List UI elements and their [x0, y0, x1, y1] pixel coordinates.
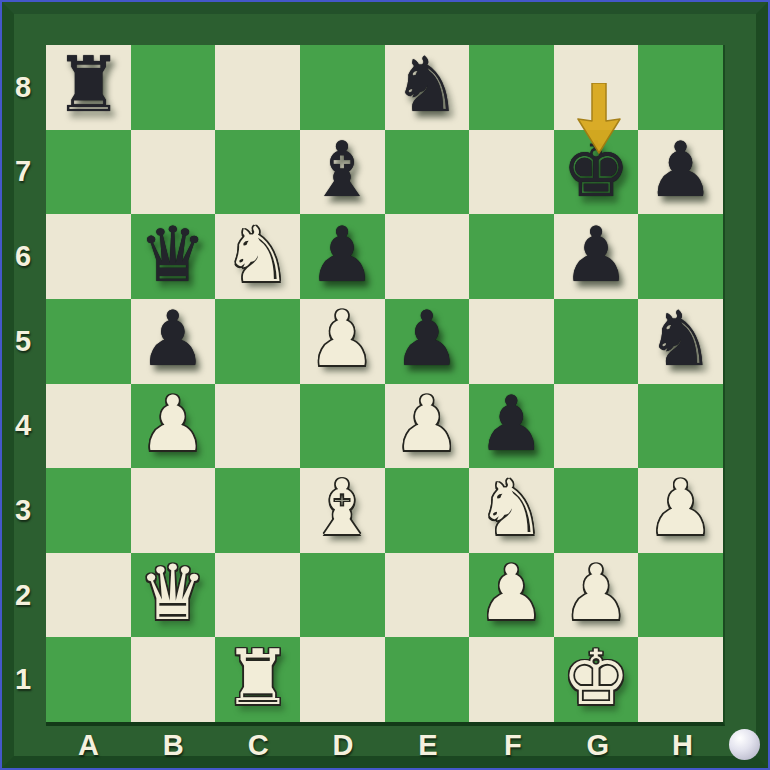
file-label-H: H — [640, 722, 725, 768]
piece-white-rook[interactable]: ♜ — [223, 640, 291, 716]
square-f4[interactable]: ♟ — [469, 384, 554, 469]
square-e6[interactable] — [385, 214, 470, 299]
file-label-A: A — [46, 722, 131, 768]
square-c1[interactable]: ♜ — [215, 637, 300, 722]
square-h1[interactable] — [638, 637, 723, 722]
piece-white-knight[interactable]: ♞ — [223, 217, 291, 293]
rank-label-6: 6 — [0, 214, 46, 299]
piece-black-rook[interactable]: ♜ — [54, 47, 122, 123]
rank-label-4: 4 — [0, 384, 46, 469]
piece-white-bishop[interactable]: ♝ — [308, 470, 376, 546]
square-c6[interactable]: ♞ — [215, 214, 300, 299]
square-b1[interactable] — [131, 637, 216, 722]
square-g5[interactable] — [554, 299, 639, 384]
square-f8[interactable] — [469, 45, 554, 130]
piece-white-knight[interactable]: ♞ — [477, 470, 545, 546]
square-e3[interactable] — [385, 468, 470, 553]
file-label-B: B — [131, 722, 216, 768]
rank-labels: 87654321 — [0, 45, 46, 722]
piece-white-queen[interactable]: ♛ — [139, 555, 207, 631]
square-d3[interactable]: ♝ — [300, 468, 385, 553]
square-g4[interactable] — [554, 384, 639, 469]
square-h2[interactable] — [638, 553, 723, 638]
file-label-D: D — [301, 722, 386, 768]
file-label-F: F — [470, 722, 555, 768]
square-f3[interactable]: ♞ — [469, 468, 554, 553]
piece-black-pawn[interactable]: ♟ — [139, 301, 207, 377]
square-d8[interactable] — [300, 45, 385, 130]
square-f1[interactable] — [469, 637, 554, 722]
square-b4[interactable]: ♟ — [131, 384, 216, 469]
square-c4[interactable] — [215, 384, 300, 469]
piece-black-bishop[interactable]: ♝ — [308, 132, 376, 208]
square-h5[interactable]: ♞ — [638, 299, 723, 384]
square-f7[interactable] — [469, 130, 554, 215]
piece-black-knight[interactable]: ♞ — [647, 301, 715, 377]
square-d1[interactable] — [300, 637, 385, 722]
square-b8[interactable] — [131, 45, 216, 130]
square-e4[interactable]: ♟ — [385, 384, 470, 469]
piece-black-pawn[interactable]: ♟ — [308, 217, 376, 293]
piece-black-king[interactable]: ♚ — [562, 132, 630, 208]
square-e8[interactable]: ♞ — [385, 45, 470, 130]
piece-white-pawn[interactable]: ♟ — [393, 386, 461, 462]
square-g8[interactable] — [554, 45, 639, 130]
square-a4[interactable] — [46, 384, 131, 469]
piece-black-pawn[interactable]: ♟ — [477, 386, 545, 462]
piece-white-pawn[interactable]: ♟ — [477, 555, 545, 631]
square-c2[interactable] — [215, 553, 300, 638]
piece-black-pawn[interactable]: ♟ — [647, 132, 715, 208]
rank-label-2: 2 — [0, 553, 46, 638]
file-label-C: C — [216, 722, 301, 768]
square-c3[interactable] — [215, 468, 300, 553]
square-b3[interactable] — [131, 468, 216, 553]
rank-label-3: 3 — [0, 468, 46, 553]
square-a2[interactable] — [46, 553, 131, 638]
square-a3[interactable] — [46, 468, 131, 553]
file-label-E: E — [386, 722, 471, 768]
square-h4[interactable] — [638, 384, 723, 469]
square-b7[interactable] — [131, 130, 216, 215]
square-h3[interactable]: ♟ — [638, 468, 723, 553]
rank-label-7: 7 — [0, 130, 46, 215]
square-c7[interactable] — [215, 130, 300, 215]
piece-white-pawn[interactable]: ♟ — [647, 470, 715, 546]
rank-label-1: 1 — [0, 637, 46, 722]
square-c5[interactable] — [215, 299, 300, 384]
square-b6[interactable]: ♛ — [131, 214, 216, 299]
square-d5[interactable]: ♟ — [300, 299, 385, 384]
square-d7[interactable]: ♝ — [300, 130, 385, 215]
square-a7[interactable] — [46, 130, 131, 215]
square-e5[interactable]: ♟ — [385, 299, 470, 384]
square-d2[interactable] — [300, 553, 385, 638]
square-h8[interactable] — [638, 45, 723, 130]
square-a8[interactable]: ♜ — [46, 45, 131, 130]
square-a5[interactable] — [46, 299, 131, 384]
piece-black-queen[interactable]: ♛ — [139, 217, 207, 293]
square-e1[interactable] — [385, 637, 470, 722]
square-a6[interactable] — [46, 214, 131, 299]
rank-label-8: 8 — [0, 45, 46, 130]
square-b2[interactable]: ♛ — [131, 553, 216, 638]
rank-label-5: 5 — [0, 299, 46, 384]
square-e2[interactable] — [385, 553, 470, 638]
piece-white-king[interactable]: ♚ — [562, 640, 630, 716]
piece-white-pawn[interactable]: ♟ — [308, 301, 376, 377]
file-label-G: G — [555, 722, 640, 768]
square-c8[interactable] — [215, 45, 300, 130]
piece-black-pawn[interactable]: ♟ — [393, 301, 461, 377]
square-g6[interactable]: ♟ — [554, 214, 639, 299]
square-g2[interactable]: ♟ — [554, 553, 639, 638]
square-g3[interactable] — [554, 468, 639, 553]
square-e7[interactable] — [385, 130, 470, 215]
square-g7[interactable]: ♚ — [554, 130, 639, 215]
file-labels: ABCDEFGH — [46, 722, 725, 768]
square-f5[interactable] — [469, 299, 554, 384]
square-h6[interactable] — [638, 214, 723, 299]
chess-board: ♜♞♝♚♟♛♞♟♟♟♟♟♞♟♟♟♝♞♟♛♟♟♜♚ — [46, 45, 725, 726]
square-f6[interactable] — [469, 214, 554, 299]
sphere-icon — [729, 729, 760, 760]
chess-board-window: ♜♞♝♚♟♛♞♟♟♟♟♟♞♟♟♟♝♞♟♛♟♟♜♚ 87654321 ABCDEF… — [0, 0, 770, 770]
square-b5[interactable]: ♟ — [131, 299, 216, 384]
square-g1[interactable]: ♚ — [554, 637, 639, 722]
piece-white-pawn[interactable]: ♟ — [139, 386, 207, 462]
square-a1[interactable] — [46, 637, 131, 722]
square-d4[interactable] — [300, 384, 385, 469]
square-h7[interactable]: ♟ — [638, 130, 723, 215]
piece-white-pawn[interactable]: ♟ — [562, 555, 630, 631]
piece-black-knight[interactable]: ♞ — [393, 47, 461, 123]
square-f2[interactable]: ♟ — [469, 553, 554, 638]
piece-black-pawn[interactable]: ♟ — [562, 217, 630, 293]
square-d6[interactable]: ♟ — [300, 214, 385, 299]
